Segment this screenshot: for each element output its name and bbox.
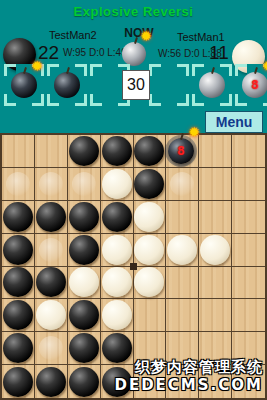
spark-icon: ✹ <box>31 59 43 73</box>
board-cell[interactable] <box>35 135 68 168</box>
right-player-count: 11 <box>209 42 229 64</box>
board-cell[interactable] <box>2 332 35 365</box>
white-stone <box>102 300 132 330</box>
board-cell[interactable] <box>199 365 232 398</box>
board-cell[interactable] <box>68 135 101 168</box>
explosive-reversi-app: Explosive Reversi TestMan2 22 W:95 D:0 L… <box>0 0 267 400</box>
board: ✹8 <box>0 133 267 400</box>
board-cell[interactable] <box>35 168 68 201</box>
white-stone <box>167 235 197 265</box>
board-cell[interactable] <box>232 267 265 300</box>
black-stone <box>3 235 33 265</box>
spark-icon: ✹ <box>262 59 267 73</box>
board-cell[interactable] <box>134 168 167 201</box>
black-bomb-lit-8-icon: ✹8 <box>168 138 194 164</box>
left-bomb-tray: ✹ <box>4 64 130 106</box>
board-cell[interactable] <box>232 365 265 398</box>
fuse-icon <box>254 67 258 74</box>
board-cell[interactable] <box>101 267 134 300</box>
bomb-slot[interactable] <box>149 64 189 106</box>
black-stone <box>102 333 132 363</box>
board-cell[interactable] <box>166 234 199 267</box>
bomb-slot[interactable]: ✹8 <box>235 64 267 106</box>
board-cell[interactable] <box>35 299 68 332</box>
gray-bomb-lit-8-icon: ✹8 <box>242 72 267 98</box>
board-cell[interactable] <box>101 365 134 398</box>
gray-bomb-icon <box>199 72 225 98</box>
board-cell[interactable] <box>166 332 199 365</box>
fuse-icon <box>23 67 27 74</box>
board-cell[interactable] <box>101 234 134 267</box>
ghost-stone <box>39 172 63 196</box>
board-cell[interactable] <box>134 267 167 300</box>
board-cell[interactable] <box>232 299 265 332</box>
white-stone <box>69 267 99 297</box>
black-stone <box>3 333 33 363</box>
white-stone <box>134 267 164 297</box>
board-cell[interactable] <box>134 365 167 398</box>
board-cell[interactable] <box>68 365 101 398</box>
board-cell[interactable] <box>134 234 167 267</box>
board-cell[interactable] <box>101 168 134 201</box>
board-cell[interactable] <box>166 168 199 201</box>
black-stone <box>3 202 33 232</box>
board-cell[interactable] <box>232 234 265 267</box>
board-cell[interactable] <box>68 201 101 234</box>
board-cell[interactable] <box>232 168 265 201</box>
board-cell[interactable] <box>199 267 232 300</box>
board-cell[interactable] <box>2 267 35 300</box>
right-bomb-tray: ✹8 <box>149 64 267 106</box>
board-cell[interactable] <box>68 299 101 332</box>
fuse-icon <box>211 67 215 74</box>
white-stone <box>36 300 66 330</box>
board-cell[interactable] <box>2 168 35 201</box>
board-cell[interactable] <box>35 267 68 300</box>
board-cell[interactable] <box>2 365 35 398</box>
black-stone <box>69 235 99 265</box>
white-stone <box>102 235 132 265</box>
board-cell[interactable] <box>134 299 167 332</box>
bomb-countdown: 8 <box>177 143 185 158</box>
fuse-icon <box>180 133 184 140</box>
now-label: NOW <box>118 26 160 40</box>
board-cell[interactable] <box>199 168 232 201</box>
black-stone <box>3 367 33 397</box>
fuse-icon <box>66 67 70 74</box>
board-cell[interactable] <box>68 332 101 365</box>
ghost-stone <box>6 172 30 196</box>
black-stone <box>102 136 132 166</box>
black-bomb-icon <box>54 72 80 98</box>
board-cell[interactable] <box>232 135 265 168</box>
board-cell[interactable] <box>101 135 134 168</box>
board-cell[interactable] <box>232 201 265 234</box>
board-cell[interactable] <box>134 332 167 365</box>
board-cell[interactable] <box>101 201 134 234</box>
left-player-name: TestMan2 <box>49 29 97 41</box>
bomb-slot[interactable]: ✹ <box>4 64 44 106</box>
black-stone <box>102 202 132 232</box>
board-cell[interactable] <box>35 234 68 267</box>
board-cell[interactable] <box>199 234 232 267</box>
white-stone <box>102 267 132 297</box>
menu-button[interactable]: Menu <box>205 111 263 133</box>
black-stone <box>3 300 33 330</box>
board-cell[interactable] <box>2 234 35 267</box>
fuse-icon <box>134 37 138 44</box>
board-cell[interactable] <box>2 299 35 332</box>
board-cell[interactable] <box>232 332 265 365</box>
board-cell[interactable] <box>101 332 134 365</box>
turn-timer: 30 <box>122 70 150 100</box>
black-stone <box>36 202 66 232</box>
board-cell[interactable] <box>35 365 68 398</box>
white-stone <box>134 202 164 232</box>
white-stone <box>134 235 164 265</box>
board-cell[interactable] <box>199 135 232 168</box>
black-stone <box>36 267 66 297</box>
black-stone <box>69 367 99 397</box>
board-cell[interactable] <box>68 267 101 300</box>
ghost-stone <box>39 238 63 262</box>
white-stone <box>102 169 132 199</box>
black-stone <box>69 136 99 166</box>
black-stone <box>134 169 164 199</box>
board-cell[interactable] <box>166 267 199 300</box>
black-stone <box>134 136 164 166</box>
bomb-slot[interactable] <box>192 64 232 106</box>
white-stone <box>200 235 230 265</box>
spark-icon: ✹ <box>140 29 152 43</box>
black-stone <box>69 300 99 330</box>
board-cell[interactable] <box>166 201 199 234</box>
black-stone <box>3 267 33 297</box>
black-stone <box>69 202 99 232</box>
now-turn-bomb-icon: ✹ <box>122 42 146 66</box>
board-cell[interactable] <box>199 201 232 234</box>
ghost-stone <box>39 336 63 360</box>
board-cell[interactable] <box>166 299 199 332</box>
page-title: Explosive Reversi <box>0 4 267 19</box>
board-cell[interactable] <box>2 135 35 168</box>
board-cell[interactable] <box>35 201 68 234</box>
board-cell[interactable] <box>101 299 134 332</box>
board-cell[interactable] <box>2 201 35 234</box>
board-cell[interactable] <box>134 201 167 234</box>
board-cell[interactable] <box>35 332 68 365</box>
bomb-countdown: 8 <box>251 77 259 92</box>
left-player-stats: W:95 D:0 L:49 <box>63 47 127 58</box>
bomb-slot[interactable] <box>47 64 87 106</box>
black-stone <box>69 333 99 363</box>
black-stone <box>36 367 66 397</box>
ghost-stone <box>170 172 194 196</box>
ghost-stone <box>72 172 96 196</box>
board-cell[interactable] <box>68 234 101 267</box>
board-cell[interactable] <box>166 365 199 398</box>
board-cell[interactable] <box>199 299 232 332</box>
black-bomb-lit-icon: ✹ <box>11 72 37 98</box>
board-cell[interactable] <box>68 168 101 201</box>
black-stone <box>102 367 132 397</box>
board-cell[interactable]: ✹8 <box>166 135 199 168</box>
board-cell[interactable] <box>134 135 167 168</box>
board-cell[interactable] <box>199 332 232 365</box>
